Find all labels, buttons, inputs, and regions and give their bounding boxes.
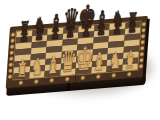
chess-board: ♜♞♝♛♚♝♞♜♟♟♟♟♟♟♟♟♟♟♟♟♟♟♟♟♜♞♝♛♚♝♞♜ — [6, 16, 148, 89]
piece-white-rook[interactable]: ♜ — [16, 60, 28, 80]
chess-set-photo: ♜♞♝♛♚♝♞♜♟♟♟♟♟♟♟♟♟♟♟♟♟♟♟♟♜♞♝♛♚♝♞♜ — [0, 0, 160, 120]
square-h1[interactable]: ♜ — [122, 64, 138, 71]
piece-white-knight[interactable]: ♞ — [108, 50, 122, 73]
square-c1[interactable]: ♝ — [44, 70, 60, 77]
piece-white-knight[interactable]: ♞ — [30, 56, 44, 79]
hinge-clasp — [67, 83, 70, 91]
square-a1[interactable]: ♜ — [13, 72, 29, 79]
board-grid: ♜♞♝♛♚♝♞♜♟♟♟♟♟♟♟♟♟♟♟♟♟♟♟♟♜♞♝♛♚♝♞♜ — [13, 22, 140, 80]
square-e1[interactable]: ♚ — [75, 67, 91, 74]
piece-white-bishop[interactable]: ♝ — [92, 49, 107, 74]
piece-white-bishop[interactable]: ♝ — [45, 53, 60, 78]
square-d1[interactable]: ♛ — [60, 68, 76, 75]
piece-white-rook[interactable]: ♜ — [124, 52, 136, 72]
square-b1[interactable]: ♞ — [29, 71, 45, 78]
square-g1[interactable]: ♞ — [106, 65, 122, 72]
square-f1[interactable]: ♝ — [91, 66, 107, 73]
